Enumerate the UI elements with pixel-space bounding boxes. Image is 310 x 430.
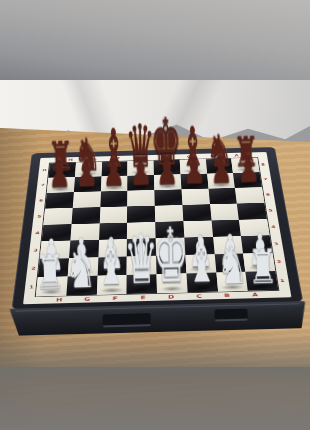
square-b6[interactable]	[208, 188, 237, 204]
square-e7[interactable]: ♟	[127, 175, 154, 191]
square-b5[interactable]	[210, 203, 239, 220]
square-d7[interactable]: ♟	[154, 174, 181, 190]
square-c7[interactable]: ♟	[180, 174, 208, 190]
coordinate-label: 5	[265, 202, 276, 218]
chessboard-border: HGFEDCBA HGFEDCBA 87654321 87654321 ♜♞♝♛…	[23, 152, 291, 304]
square-d6[interactable]	[154, 189, 182, 205]
square-e6[interactable]	[127, 190, 154, 206]
white-knight-b1[interactable]: ♞	[216, 239, 248, 292]
black-pawn-e7[interactable]: ♟	[129, 151, 152, 191]
coordinate-label: 7	[260, 172, 270, 187]
square-a7[interactable]: ♟	[233, 172, 262, 188]
black-pawn-a7[interactable]: ♟	[236, 148, 259, 188]
white-bishop-f1[interactable]: ♝	[95, 233, 126, 295]
square-f1[interactable]: ♝	[96, 275, 126, 295]
square-g6[interactable]	[73, 191, 101, 207]
square-g7[interactable]: ♟	[74, 176, 101, 192]
coordinate-label: C	[185, 292, 214, 300]
square-h1[interactable]: ♜	[36, 277, 68, 297]
white-bishop-c1[interactable]: ♝	[186, 230, 217, 292]
square-e1[interactable]: ♛	[127, 274, 157, 294]
latch-slot-right[interactable]	[214, 309, 247, 322]
chess-set-photo: HGFEDCBA HGFEDCBA 87654321 87654321 ♜♞♝♛…	[0, 0, 310, 430]
chessboard-scene: HGFEDCBA HGFEDCBA 87654321 87654321 ♜♞♝♛…	[0, 0, 310, 430]
square-d1[interactable]: ♚	[157, 273, 188, 293]
square-b7[interactable]: ♟	[207, 173, 235, 189]
square-f6[interactable]	[100, 191, 128, 207]
square-h6[interactable]	[45, 192, 74, 208]
square-c6[interactable]	[181, 189, 209, 205]
coordinate-label: H	[45, 295, 74, 303]
white-knight-g1[interactable]: ♞	[64, 243, 96, 296]
coordinate-label: F	[101, 294, 129, 302]
white-king-d1[interactable]: ♚	[152, 217, 190, 293]
coordinate-label: 6	[263, 187, 274, 203]
black-pawn-d7[interactable]: ♟	[156, 150, 179, 190]
black-pawn-c7[interactable]: ♟	[183, 150, 206, 190]
coordinate-label: E	[129, 293, 157, 301]
coordinate-label: B	[213, 291, 242, 299]
square-a5[interactable]	[237, 203, 267, 220]
square-a6[interactable]	[235, 187, 264, 203]
square-g5[interactable]	[71, 207, 100, 224]
latch-slot-left[interactable]	[103, 313, 151, 327]
black-pawn-f7[interactable]: ♟	[102, 152, 125, 192]
square-h7[interactable]: ♟	[47, 177, 75, 193]
square-a1[interactable]: ♜	[246, 271, 279, 291]
coordinate-label: G	[73, 295, 101, 303]
chessboard-grid: ♜♞♝♛♚♝♞♜♟♟♟♟♟♟♟♟♟♟♟♟♟♟♟♟♜♞♝♛♚♝♞♜	[36, 158, 279, 297]
coordinate-label: A	[241, 290, 270, 298]
square-g1[interactable]: ♞	[66, 276, 97, 296]
square-f7[interactable]: ♟	[101, 176, 128, 192]
black-pawn-h7[interactable]: ♟	[48, 153, 71, 193]
white-rook-a1[interactable]: ♜	[247, 243, 278, 291]
coordinate-label: D	[157, 292, 185, 300]
square-h5[interactable]	[43, 208, 72, 225]
chessboard-frame: HGFEDCBA HGFEDCBA 87654321 87654321 ♜♞♝♛…	[11, 147, 303, 310]
white-rook-h1[interactable]: ♜	[35, 248, 66, 296]
black-pawn-g7[interactable]: ♟	[75, 152, 98, 192]
black-pawn-b7[interactable]: ♟	[210, 149, 233, 189]
square-c1[interactable]: ♝	[186, 273, 217, 293]
square-b1[interactable]: ♞	[216, 272, 248, 292]
